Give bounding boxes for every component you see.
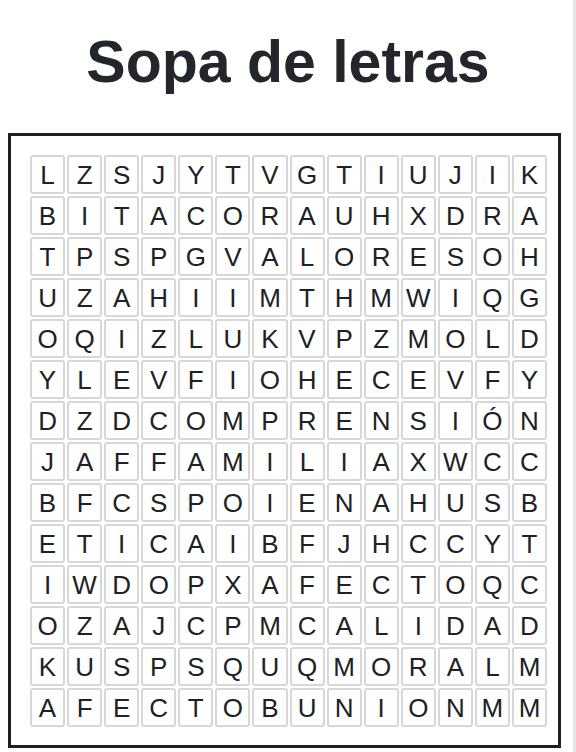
grid-cell[interactable]: Z bbox=[67, 401, 102, 440]
grid-cell[interactable]: J bbox=[327, 524, 362, 563]
grid-cell[interactable]: N bbox=[512, 401, 547, 440]
grid-cell[interactable]: Q bbox=[67, 319, 102, 358]
grid-cell[interactable]: S bbox=[104, 647, 139, 686]
grid-cell[interactable]: O bbox=[364, 647, 399, 686]
grid-cell[interactable]: Y bbox=[475, 524, 510, 563]
grid-cell[interactable]: N bbox=[438, 688, 473, 727]
grid-cell[interactable]: O bbox=[215, 688, 250, 727]
grid-cell[interactable]: I bbox=[252, 442, 287, 481]
grid-cell[interactable]: O bbox=[30, 319, 65, 358]
grid-cell[interactable]: O bbox=[215, 196, 250, 235]
grid-cell[interactable]: C bbox=[178, 196, 213, 235]
grid-cell[interactable]: W bbox=[67, 565, 102, 604]
grid-cell[interactable]: L bbox=[178, 319, 213, 358]
grid-cell[interactable]: S bbox=[141, 483, 176, 522]
grid-cell[interactable]: Q bbox=[475, 278, 510, 317]
grid-cell[interactable]: J bbox=[30, 442, 65, 481]
grid-cell[interactable]: O bbox=[141, 565, 176, 604]
grid-cell[interactable]: K bbox=[252, 319, 287, 358]
grid-cell[interactable]: I bbox=[364, 688, 399, 727]
grid-cell[interactable]: F bbox=[104, 442, 139, 481]
grid-cell[interactable]: T bbox=[30, 237, 65, 276]
grid-cell[interactable]: C bbox=[141, 524, 176, 563]
grid-cell[interactable]: C bbox=[178, 606, 213, 645]
grid-cell[interactable]: Q bbox=[290, 647, 325, 686]
grid-cell[interactable]: U bbox=[401, 155, 436, 194]
grid-cell[interactable]: O bbox=[178, 401, 213, 440]
grid-cell[interactable]: Q bbox=[215, 647, 250, 686]
grid-cell[interactable]: E bbox=[104, 688, 139, 727]
grid-cell[interactable]: R bbox=[252, 196, 287, 235]
grid-cell[interactable]: E bbox=[327, 401, 362, 440]
grid-cell[interactable]: O bbox=[215, 483, 250, 522]
grid-cell[interactable]: S bbox=[104, 155, 139, 194]
grid-cell[interactable]: I bbox=[401, 606, 436, 645]
grid-cell[interactable]: U bbox=[327, 196, 362, 235]
grid-cell[interactable]: L bbox=[290, 442, 325, 481]
grid-cell[interactable]: D bbox=[512, 606, 547, 645]
grid-cell[interactable]: M bbox=[364, 278, 399, 317]
grid-cell[interactable]: U bbox=[215, 319, 250, 358]
grid-cell[interactable]: A bbox=[438, 647, 473, 686]
grid-cell[interactable]: B bbox=[252, 524, 287, 563]
grid-cell[interactable]: A bbox=[30, 688, 65, 727]
grid-cell[interactable]: T bbox=[401, 565, 436, 604]
grid-cell[interactable]: S bbox=[401, 401, 436, 440]
grid-cell[interactable]: R bbox=[364, 237, 399, 276]
grid-cell[interactable]: Z bbox=[67, 278, 102, 317]
grid-cell[interactable]: E bbox=[401, 360, 436, 399]
grid-cell[interactable]: Ó bbox=[475, 401, 510, 440]
grid-cell[interactable]: M bbox=[215, 401, 250, 440]
grid-cell[interactable]: H bbox=[327, 278, 362, 317]
grid-cell[interactable]: D bbox=[104, 401, 139, 440]
grid-cell[interactable]: F bbox=[475, 360, 510, 399]
grid-cell[interactable]: J bbox=[141, 606, 176, 645]
grid-cell[interactable]: I bbox=[215, 278, 250, 317]
grid-cell[interactable]: A bbox=[327, 606, 362, 645]
grid-cell[interactable]: I bbox=[104, 319, 139, 358]
grid-cell[interactable]: B bbox=[512, 483, 547, 522]
grid-cell[interactable]: S bbox=[178, 647, 213, 686]
grid-cell[interactable]: Q bbox=[475, 565, 510, 604]
grid-cell[interactable]: L bbox=[475, 647, 510, 686]
grid-cell[interactable]: O bbox=[438, 319, 473, 358]
grid-cell[interactable]: Z bbox=[364, 319, 399, 358]
page-title: Sopa de letras bbox=[0, 26, 576, 98]
grid-cell[interactable]: M bbox=[401, 319, 436, 358]
grid-cell[interactable]: C bbox=[512, 442, 547, 481]
grid-cell[interactable]: S bbox=[475, 483, 510, 522]
grid-cell[interactable]: U bbox=[67, 647, 102, 686]
grid-cell[interactable]: A bbox=[290, 196, 325, 235]
grid-cell[interactable]: T bbox=[512, 524, 547, 563]
grid-cell[interactable]: L bbox=[30, 155, 65, 194]
grid-cell[interactable]: L bbox=[364, 606, 399, 645]
grid-cell[interactable]: U bbox=[438, 483, 473, 522]
grid-cell[interactable]: P bbox=[252, 401, 287, 440]
grid-cell[interactable]: P bbox=[141, 647, 176, 686]
grid-cell[interactable]: A bbox=[252, 237, 287, 276]
grid-cell[interactable]: H bbox=[290, 360, 325, 399]
grid-cell[interactable]: T bbox=[178, 688, 213, 727]
grid-cell[interactable]: C bbox=[290, 606, 325, 645]
grid-cell[interactable]: K bbox=[30, 647, 65, 686]
grid-cell[interactable]: I bbox=[215, 524, 250, 563]
grid-cell[interactable]: N bbox=[364, 401, 399, 440]
grid-cell[interactable]: D bbox=[30, 401, 65, 440]
grid-cell[interactable]: B bbox=[30, 483, 65, 522]
grid-cell[interactable]: P bbox=[178, 565, 213, 604]
grid-cell[interactable]: A bbox=[364, 442, 399, 481]
grid-cell[interactable]: I bbox=[364, 155, 399, 194]
grid-cell[interactable]: T bbox=[290, 278, 325, 317]
grid-cell[interactable]: H bbox=[364, 196, 399, 235]
grid-cell[interactable]: C bbox=[141, 688, 176, 727]
grid-cell[interactable]: F bbox=[67, 688, 102, 727]
grid-cell[interactable]: C bbox=[401, 524, 436, 563]
grid-cell[interactable]: X bbox=[401, 442, 436, 481]
grid-cell[interactable]: T bbox=[215, 155, 250, 194]
grid-cell[interactable]: V bbox=[438, 360, 473, 399]
grid-cell[interactable]: O bbox=[475, 237, 510, 276]
grid-cell[interactable]: M bbox=[475, 688, 510, 727]
grid-cell[interactable]: D bbox=[104, 565, 139, 604]
grid-cell[interactable]: I bbox=[252, 483, 287, 522]
grid-cell[interactable]: H bbox=[364, 524, 399, 563]
grid-cell[interactable]: H bbox=[141, 278, 176, 317]
grid-cell[interactable]: Z bbox=[67, 155, 102, 194]
grid-cell[interactable]: A bbox=[67, 442, 102, 481]
grid-cell[interactable]: L bbox=[475, 319, 510, 358]
grid-cell[interactable]: E bbox=[401, 237, 436, 276]
grid-cell[interactable]: M bbox=[252, 278, 287, 317]
grid-cell[interactable]: S bbox=[104, 237, 139, 276]
grid-cell[interactable]: I bbox=[438, 401, 473, 440]
grid-cell[interactable]: O bbox=[438, 565, 473, 604]
grid-cell[interactable]: D bbox=[438, 196, 473, 235]
grid-cell[interactable]: N bbox=[327, 483, 362, 522]
grid-cell[interactable]: T bbox=[327, 155, 362, 194]
grid-cell[interactable]: O bbox=[327, 237, 362, 276]
grid-cell[interactable]: K bbox=[512, 155, 547, 194]
grid-cell[interactable]: G bbox=[512, 278, 547, 317]
puzzle-board-frame: LZSJYTVGTIUJIKBITACORAUHXDRATPSPGVALORES… bbox=[8, 133, 561, 748]
grid-cell[interactable]: C bbox=[438, 524, 473, 563]
grid-cell[interactable]: T bbox=[67, 524, 102, 563]
grid-cell[interactable]: J bbox=[438, 155, 473, 194]
grid-cell[interactable]: F bbox=[290, 565, 325, 604]
grid-cell[interactable]: O bbox=[30, 606, 65, 645]
grid-cell[interactable]: E bbox=[30, 524, 65, 563]
grid-cell[interactable]: G bbox=[290, 155, 325, 194]
grid-cell[interactable]: L bbox=[290, 237, 325, 276]
grid-cell[interactable]: E bbox=[327, 360, 362, 399]
grid-cell[interactable]: H bbox=[401, 483, 436, 522]
grid-cell[interactable]: A bbox=[104, 606, 139, 645]
grid-cell[interactable]: I bbox=[327, 442, 362, 481]
grid-cell[interactable]: V bbox=[252, 155, 287, 194]
grid-cell[interactable]: E bbox=[104, 360, 139, 399]
grid-cell[interactable]: A bbox=[178, 442, 213, 481]
grid-cell[interactable]: F bbox=[178, 360, 213, 399]
grid-cell[interactable]: Y bbox=[178, 155, 213, 194]
grid-cell[interactable]: F bbox=[67, 483, 102, 522]
grid-cell[interactable]: I bbox=[475, 155, 510, 194]
grid-cell[interactable]: R bbox=[401, 647, 436, 686]
grid-cell[interactable]: H bbox=[512, 237, 547, 276]
grid-cell[interactable]: I bbox=[30, 565, 65, 604]
grid-cell[interactable]: W bbox=[401, 278, 436, 317]
word-search-grid: LZSJYTVGTIUJIKBITACORAUHXDRATPSPGVALORES… bbox=[30, 155, 547, 727]
grid-cell[interactable]: M bbox=[215, 442, 250, 481]
grid-cell[interactable]: I bbox=[67, 196, 102, 235]
grid-cell[interactable]: P bbox=[178, 483, 213, 522]
grid-cell[interactable]: A bbox=[364, 483, 399, 522]
grid-cell[interactable]: R bbox=[475, 196, 510, 235]
grid-cell[interactable]: U bbox=[30, 278, 65, 317]
grid-cell[interactable]: C bbox=[512, 565, 547, 604]
grid-cell[interactable]: W bbox=[438, 442, 473, 481]
grid-cell[interactable]: C bbox=[141, 401, 176, 440]
grid-cell[interactable]: P bbox=[215, 606, 250, 645]
grid-cell[interactable]: N bbox=[327, 688, 362, 727]
grid-cell[interactable]: A bbox=[475, 606, 510, 645]
grid-cell[interactable]: X bbox=[215, 565, 250, 604]
grid-cell[interactable]: P bbox=[141, 237, 176, 276]
grid-cell[interactable]: I bbox=[104, 524, 139, 563]
grid-cell[interactable]: F bbox=[290, 524, 325, 563]
grid-cell[interactable]: O bbox=[252, 360, 287, 399]
grid-cell[interactable]: Y bbox=[512, 360, 547, 399]
grid-cell[interactable]: M bbox=[252, 606, 287, 645]
grid-cell[interactable]: G bbox=[178, 237, 213, 276]
grid-cell[interactable]: M bbox=[512, 688, 547, 727]
grid-cell[interactable]: B bbox=[30, 196, 65, 235]
grid-cell[interactable]: E bbox=[327, 565, 362, 604]
grid-cell[interactable]: U bbox=[290, 688, 325, 727]
grid-cell[interactable]: A bbox=[252, 565, 287, 604]
grid-cell[interactable]: D bbox=[512, 319, 547, 358]
grid-cell[interactable]: A bbox=[178, 524, 213, 563]
grid-cell[interactable]: X bbox=[401, 196, 436, 235]
grid-cell[interactable]: J bbox=[141, 155, 176, 194]
grid-cell[interactable]: I bbox=[215, 360, 250, 399]
grid-cell[interactable]: A bbox=[104, 278, 139, 317]
grid-cell[interactable]: U bbox=[252, 647, 287, 686]
grid-cell[interactable]: C bbox=[364, 360, 399, 399]
grid-cell[interactable]: E bbox=[290, 483, 325, 522]
grid-cell[interactable]: V bbox=[290, 319, 325, 358]
grid-cell[interactable]: A bbox=[512, 196, 547, 235]
grid-cell[interactable]: V bbox=[215, 237, 250, 276]
grid-cell[interactable]: T bbox=[104, 196, 139, 235]
grid-cell[interactable]: L bbox=[67, 360, 102, 399]
grid-cell[interactable]: R bbox=[290, 401, 325, 440]
grid-cell[interactable]: M bbox=[327, 647, 362, 686]
grid-cell[interactable]: P bbox=[327, 319, 362, 358]
grid-cell[interactable]: C bbox=[475, 442, 510, 481]
grid-cell[interactable]: D bbox=[438, 606, 473, 645]
grid-cell[interactable]: A bbox=[141, 196, 176, 235]
grid-cell[interactable]: Z bbox=[67, 606, 102, 645]
grid-cell[interactable]: Z bbox=[141, 319, 176, 358]
grid-cell[interactable]: M bbox=[512, 647, 547, 686]
grid-cell[interactable]: C bbox=[104, 483, 139, 522]
grid-cell[interactable]: I bbox=[178, 278, 213, 317]
grid-cell[interactable]: I bbox=[438, 278, 473, 317]
grid-cell[interactable]: O bbox=[401, 688, 436, 727]
grid-cell[interactable]: F bbox=[141, 442, 176, 481]
grid-cell[interactable]: C bbox=[364, 565, 399, 604]
grid-cell[interactable]: V bbox=[141, 360, 176, 399]
grid-cell[interactable]: Y bbox=[30, 360, 65, 399]
grid-cell[interactable]: P bbox=[67, 237, 102, 276]
grid-cell[interactable]: B bbox=[252, 688, 287, 727]
grid-cell[interactable]: S bbox=[438, 237, 473, 276]
